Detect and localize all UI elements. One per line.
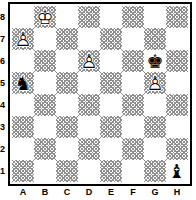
square-e6[interactable] xyxy=(100,50,122,72)
square-a1[interactable] xyxy=(12,160,34,182)
board-frame: ♚♔♟♙♟♙♚♞♟♙♝ xyxy=(8,2,192,186)
square-e4[interactable] xyxy=(100,94,122,116)
square-h7[interactable] xyxy=(166,28,188,50)
piece-black-bishop[interactable]: ♝ xyxy=(166,160,188,182)
square-b3[interactable] xyxy=(34,116,56,138)
square-d6[interactable]: ♟♙ xyxy=(78,50,100,72)
square-b6[interactable] xyxy=(34,50,56,72)
square-c7[interactable] xyxy=(56,28,78,50)
file-label-a: A xyxy=(12,187,34,197)
square-f4[interactable] xyxy=(122,94,144,116)
square-c3[interactable] xyxy=(56,116,78,138)
square-f1[interactable] xyxy=(122,160,144,182)
square-e1[interactable] xyxy=(100,160,122,182)
rank-label-6: 6 xyxy=(0,50,7,72)
square-g1[interactable] xyxy=(144,160,166,182)
rank-label-2: 2 xyxy=(0,138,7,160)
square-a6[interactable] xyxy=(12,50,34,72)
square-c8[interactable] xyxy=(56,6,78,28)
square-f5[interactable] xyxy=(122,72,144,94)
rank-label-7: 7 xyxy=(0,28,7,50)
square-e5[interactable] xyxy=(100,72,122,94)
square-b7[interactable] xyxy=(34,28,56,50)
piece-outline-layer: ♔ xyxy=(34,6,56,28)
square-d7[interactable] xyxy=(78,28,100,50)
square-d2[interactable] xyxy=(78,138,100,160)
square-f3[interactable] xyxy=(122,116,144,138)
square-b2[interactable] xyxy=(34,138,56,160)
square-a5[interactable]: ♞ xyxy=(12,72,34,94)
square-g3[interactable] xyxy=(144,116,166,138)
rank-label-4: 4 xyxy=(0,94,7,116)
rank-labels: 87654321 xyxy=(0,6,7,182)
square-c4[interactable] xyxy=(56,94,78,116)
square-b5[interactable] xyxy=(34,72,56,94)
square-d1[interactable] xyxy=(78,160,100,182)
square-b4[interactable] xyxy=(34,94,56,116)
square-h5[interactable] xyxy=(166,72,188,94)
rank-label-1: 1 xyxy=(0,160,7,182)
square-f8[interactable] xyxy=(122,6,144,28)
square-h4[interactable] xyxy=(166,94,188,116)
square-d3[interactable] xyxy=(78,116,100,138)
square-e7[interactable] xyxy=(100,28,122,50)
square-d4[interactable] xyxy=(78,94,100,116)
piece-white-pawn[interactable]: ♟♙ xyxy=(12,28,34,50)
piece-black-king[interactable]: ♚ xyxy=(144,50,166,72)
piece-outline-layer: ♙ xyxy=(144,72,166,94)
square-d8[interactable] xyxy=(78,6,100,28)
square-a8[interactable] xyxy=(12,6,34,28)
square-h8[interactable] xyxy=(166,6,188,28)
square-b1[interactable] xyxy=(34,160,56,182)
file-label-d: D xyxy=(78,187,100,197)
square-f6[interactable] xyxy=(122,50,144,72)
square-g7[interactable] xyxy=(144,28,166,50)
square-h2[interactable] xyxy=(166,138,188,160)
square-b8[interactable]: ♚♔ xyxy=(34,6,56,28)
square-g2[interactable] xyxy=(144,138,166,160)
piece-black-knight[interactable]: ♞ xyxy=(12,72,34,94)
square-c2[interactable] xyxy=(56,138,78,160)
file-label-e: E xyxy=(100,187,122,197)
square-c1[interactable] xyxy=(56,160,78,182)
piece-outline-layer: ♙ xyxy=(78,50,100,72)
square-a7[interactable]: ♟♙ xyxy=(12,28,34,50)
file-label-g: G xyxy=(144,187,166,197)
file-labels: ABCDEFGH xyxy=(12,187,188,197)
chess-board: ♚♔♟♙♟♙♚♞♟♙♝ xyxy=(12,6,188,182)
file-label-b: B xyxy=(34,187,56,197)
square-e3[interactable] xyxy=(100,116,122,138)
square-f2[interactable] xyxy=(122,138,144,160)
piece-white-pawn[interactable]: ♟♙ xyxy=(144,72,166,94)
piece-outline-layer: ♙ xyxy=(12,28,34,50)
file-label-c: C xyxy=(56,187,78,197)
rank-label-5: 5 xyxy=(0,72,7,94)
square-c6[interactable] xyxy=(56,50,78,72)
file-label-h: H xyxy=(166,187,188,197)
rank-label-3: 3 xyxy=(0,116,7,138)
piece-white-pawn[interactable]: ♟♙ xyxy=(78,50,100,72)
square-a2[interactable] xyxy=(12,138,34,160)
square-h1[interactable]: ♝ xyxy=(166,160,188,182)
square-g6[interactable]: ♚ xyxy=(144,50,166,72)
square-h3[interactable] xyxy=(166,116,188,138)
rank-label-8: 8 xyxy=(0,6,7,28)
piece-white-king[interactable]: ♚♔ xyxy=(34,6,56,28)
square-g5[interactable]: ♟♙ xyxy=(144,72,166,94)
chess-diagram: 87654321 ♚♔♟♙♟♙♚♞♟♙♝ ABCDEFGH xyxy=(0,0,196,200)
square-g4[interactable] xyxy=(144,94,166,116)
file-label-f: F xyxy=(122,187,144,197)
square-f7[interactable] xyxy=(122,28,144,50)
square-e2[interactable] xyxy=(100,138,122,160)
square-e8[interactable] xyxy=(100,6,122,28)
square-a3[interactable] xyxy=(12,116,34,138)
square-h6[interactable] xyxy=(166,50,188,72)
square-c5[interactable] xyxy=(56,72,78,94)
square-d5[interactable] xyxy=(78,72,100,94)
square-g8[interactable] xyxy=(144,6,166,28)
square-a4[interactable] xyxy=(12,94,34,116)
